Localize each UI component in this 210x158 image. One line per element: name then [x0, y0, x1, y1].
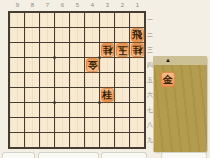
square-4-8	[85, 118, 99, 132]
square-7-5	[40, 73, 54, 87]
file-label-6: 6	[55, 1, 70, 10]
sente-marker: ▲	[165, 56, 171, 65]
square-2-5	[115, 73, 129, 87]
file-label-5: 5	[70, 1, 85, 10]
hoshi-dot	[98, 101, 101, 104]
square-4-7	[85, 103, 99, 117]
rank-label-1: 一	[146, 13, 154, 28]
piece-gote-3三: 桂	[101, 43, 114, 57]
square-3-1	[100, 13, 114, 27]
square-8-6	[25, 88, 39, 102]
file-label-1: 1	[130, 1, 145, 10]
file-label-4: 4	[85, 1, 100, 10]
square-1-5	[130, 73, 144, 87]
square-7-3	[40, 43, 54, 57]
square-8-9	[25, 133, 39, 147]
square-3-7	[100, 103, 114, 117]
square-1-4	[130, 58, 144, 72]
square-6-5	[55, 73, 69, 87]
square-4-2	[85, 28, 99, 42]
square-5-1	[70, 13, 84, 27]
file-label-2: 2	[115, 1, 130, 10]
square-3-9	[100, 133, 114, 147]
square-1-6	[130, 88, 144, 102]
square-5-8	[70, 118, 84, 132]
square-5-6	[70, 88, 84, 102]
tsume-shogi-widget: 987654321 一二三四五六七八九 飛桂玉桂金桂 ▲ 金	[0, 0, 210, 158]
square-5-9	[70, 133, 84, 147]
file-label-3: 3	[100, 1, 115, 10]
square-3-4	[100, 58, 114, 72]
square-2-7	[115, 103, 129, 117]
square-8-1	[25, 13, 39, 27]
square-2-6	[115, 88, 129, 102]
square-2-2	[115, 28, 129, 42]
cutoff-button-4[interactable]	[161, 152, 207, 158]
square-6-1	[55, 13, 69, 27]
square-1-1	[130, 13, 144, 27]
square-3-2	[100, 28, 114, 42]
square-5-3	[70, 43, 84, 57]
square-3-8	[100, 118, 114, 132]
file-labels: 987654321	[10, 1, 145, 10]
square-9-1	[10, 13, 24, 27]
file-label-8: 8	[25, 1, 40, 10]
file-label-9: 9	[10, 1, 25, 10]
piece-gote-2三: 玉	[116, 43, 129, 57]
square-1-9	[130, 133, 144, 147]
square-4-1	[85, 13, 99, 27]
square-1-7	[130, 103, 144, 117]
square-9-5	[10, 73, 24, 87]
square-3-5	[100, 73, 114, 87]
square-6-9	[55, 133, 69, 147]
square-7-1	[40, 13, 54, 27]
hoshi-dot	[53, 56, 56, 59]
square-7-2	[40, 28, 54, 42]
square-2-9	[115, 133, 129, 147]
piece-gote-1三: 桂	[131, 43, 144, 57]
square-2-8	[115, 118, 129, 132]
square-6-7	[55, 103, 69, 117]
cutoff-button-3[interactable]	[101, 152, 147, 158]
square-6-8	[55, 118, 69, 132]
square-6-6	[55, 88, 69, 102]
piece-sente-3六: 桂	[101, 88, 114, 102]
square-9-9	[10, 133, 24, 147]
square-1-8	[130, 118, 144, 132]
square-4-3	[85, 43, 99, 57]
file-label-7: 7	[40, 1, 55, 10]
rank-label-2: 二	[146, 28, 154, 43]
square-9-3	[10, 43, 24, 57]
komadai: ▲ 金	[153, 56, 207, 152]
square-7-9	[40, 133, 54, 147]
square-4-6	[85, 88, 99, 102]
square-8-7	[25, 103, 39, 117]
piece-gote-4四: 金	[86, 58, 99, 72]
square-7-4	[40, 58, 54, 72]
komadai-strip: ▲	[153, 56, 207, 65]
hand-piece-金: 金	[161, 72, 175, 87]
square-6-4	[55, 58, 69, 72]
square-4-9	[85, 133, 99, 147]
square-7-7	[40, 103, 54, 117]
square-9-6	[10, 88, 24, 102]
square-5-7	[70, 103, 84, 117]
square-2-1	[115, 13, 129, 27]
square-8-2	[25, 28, 39, 42]
square-9-8	[10, 118, 24, 132]
square-5-5	[70, 73, 84, 87]
square-8-4	[25, 58, 39, 72]
square-8-5	[25, 73, 39, 87]
board: 飛桂玉桂金桂	[8, 11, 146, 149]
square-6-2	[55, 28, 69, 42]
square-9-2	[10, 28, 24, 42]
square-8-3	[25, 43, 39, 57]
cutoff-button-2[interactable]	[38, 152, 99, 158]
square-7-6	[40, 88, 54, 102]
square-6-3	[55, 43, 69, 57]
square-7-8	[40, 118, 54, 132]
piece-sente-1二: 飛	[131, 28, 144, 42]
hoshi-dot	[53, 101, 56, 104]
square-9-4	[10, 58, 24, 72]
square-9-7	[10, 103, 24, 117]
square-5-4	[70, 58, 84, 72]
square-5-2	[70, 28, 84, 42]
cutoff-button-1[interactable]	[2, 152, 35, 158]
square-8-8	[25, 118, 39, 132]
square-4-5	[85, 73, 99, 87]
square-2-4	[115, 58, 129, 72]
